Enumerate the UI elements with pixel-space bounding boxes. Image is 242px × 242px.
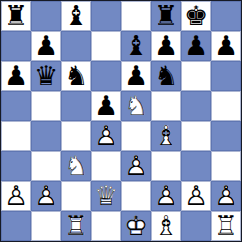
square-f7[interactable]: ♟ <box>151 31 181 61</box>
piece-white-bishop[interactable]: ♝♗ <box>151 211 181 241</box>
square-b4[interactable] <box>31 121 61 151</box>
square-e1[interactable]: ♚♔ <box>121 211 151 241</box>
piece-white-pawn[interactable]: ♟♙ <box>1 181 31 211</box>
white-piece-outline: ♔ <box>121 211 151 241</box>
square-b1[interactable] <box>31 211 61 241</box>
black-piece-glyph: ♛ <box>31 61 61 91</box>
piece-black-pawn[interactable]: ♟ <box>1 61 31 91</box>
black-piece-glyph: ♜ <box>151 1 181 31</box>
square-d2[interactable]: ♛♕ <box>91 181 121 211</box>
black-piece-glyph: ♟ <box>91 91 121 121</box>
white-piece-outline: ♘ <box>61 151 91 181</box>
square-c1[interactable]: ♜♖ <box>61 211 91 241</box>
white-piece-outline: ♘ <box>121 91 151 121</box>
square-h4[interactable] <box>211 121 241 151</box>
piece-white-queen[interactable]: ♛♕ <box>91 181 121 211</box>
piece-white-knight[interactable]: ♞♘ <box>121 91 151 121</box>
piece-black-queen[interactable]: ♛ <box>31 61 61 91</box>
square-a7[interactable] <box>1 31 31 61</box>
square-f2[interactable]: ♟♙ <box>151 181 181 211</box>
piece-black-pawn[interactable]: ♟ <box>91 91 121 121</box>
square-g8[interactable]: ♚ <box>181 1 211 31</box>
square-a1[interactable] <box>1 211 31 241</box>
black-piece-glyph: ♟ <box>1 61 31 91</box>
white-piece-outline: ♙ <box>211 181 241 211</box>
piece-black-rook[interactable]: ♜ <box>1 1 31 31</box>
square-f3[interactable] <box>151 151 181 181</box>
piece-black-bishop[interactable]: ♝ <box>61 1 91 31</box>
black-piece-glyph: ♟ <box>121 61 151 91</box>
black-piece-glyph: ♞ <box>61 61 91 91</box>
square-b7[interactable]: ♟ <box>31 31 61 61</box>
square-c2[interactable] <box>61 181 91 211</box>
black-piece-glyph: ♟ <box>211 31 241 61</box>
square-d7[interactable] <box>91 31 121 61</box>
piece-white-king[interactable]: ♚♔ <box>121 211 151 241</box>
square-e3[interactable]: ♟♙ <box>121 151 151 181</box>
piece-white-bishop[interactable]: ♝♗ <box>151 121 181 151</box>
piece-white-pawn[interactable]: ♟♙ <box>151 181 181 211</box>
black-piece-glyph: ♟ <box>181 31 211 61</box>
white-piece-outline: ♙ <box>1 181 31 211</box>
square-b3[interactable] <box>31 151 61 181</box>
piece-black-knight[interactable]: ♞ <box>61 61 91 91</box>
square-h6[interactable] <box>211 61 241 91</box>
square-e8[interactable] <box>121 1 151 31</box>
piece-white-rook[interactable]: ♜♖ <box>61 211 91 241</box>
white-piece-outline: ♗ <box>151 211 181 241</box>
square-e2[interactable] <box>121 181 151 211</box>
piece-white-pawn[interactable]: ♟♙ <box>91 121 121 151</box>
square-f8[interactable]: ♜ <box>151 1 181 31</box>
square-a5[interactable] <box>1 91 31 121</box>
piece-black-pawn[interactable]: ♟ <box>121 61 151 91</box>
square-f1[interactable]: ♝♗ <box>151 211 181 241</box>
piece-white-pawn[interactable]: ♟♙ <box>31 181 61 211</box>
square-b5[interactable] <box>31 91 61 121</box>
square-c8[interactable]: ♝ <box>61 1 91 31</box>
piece-black-knight[interactable]: ♞ <box>151 61 181 91</box>
square-g6[interactable] <box>181 61 211 91</box>
square-c4[interactable] <box>61 121 91 151</box>
square-h8[interactable] <box>211 1 241 31</box>
square-b8[interactable] <box>31 1 61 31</box>
piece-black-pawn[interactable]: ♟ <box>151 31 181 61</box>
square-f4[interactable]: ♝♗ <box>151 121 181 151</box>
square-h1[interactable]: ♜♖ <box>211 211 241 241</box>
chess-board: ♜♝♜♚♟♝♟♟♟♟♛♞♟♞♟♞♘♟♙♝♗♞♘♟♙♟♙♟♙♛♕♟♙♟♙♟♙♜♖♚… <box>0 0 242 242</box>
square-e4[interactable] <box>121 121 151 151</box>
square-d5[interactable]: ♟ <box>91 91 121 121</box>
square-g7[interactable]: ♟ <box>181 31 211 61</box>
piece-white-pawn[interactable]: ♟♙ <box>211 181 241 211</box>
square-f5[interactable] <box>151 91 181 121</box>
square-g3[interactable] <box>181 151 211 181</box>
white-piece-outline: ♖ <box>211 211 241 241</box>
piece-white-pawn[interactable]: ♟♙ <box>121 151 151 181</box>
piece-white-pawn[interactable]: ♟♙ <box>181 181 211 211</box>
piece-black-pawn[interactable]: ♟ <box>31 31 61 61</box>
square-g1[interactable] <box>181 211 211 241</box>
square-g2[interactable]: ♟♙ <box>181 181 211 211</box>
piece-white-rook[interactable]: ♜♖ <box>211 211 241 241</box>
square-a6[interactable]: ♟ <box>1 61 31 91</box>
square-d1[interactable] <box>91 211 121 241</box>
white-piece-outline: ♙ <box>31 181 61 211</box>
square-d8[interactable] <box>91 1 121 31</box>
white-piece-outline: ♙ <box>151 181 181 211</box>
square-c6[interactable]: ♞ <box>61 61 91 91</box>
square-d3[interactable] <box>91 151 121 181</box>
square-d6[interactable] <box>91 61 121 91</box>
black-piece-glyph: ♚ <box>181 1 211 31</box>
square-g4[interactable] <box>181 121 211 151</box>
square-e7[interactable]: ♝ <box>121 31 151 61</box>
square-e5[interactable]: ♞♘ <box>121 91 151 121</box>
square-b6[interactable]: ♛ <box>31 61 61 91</box>
black-piece-glyph: ♟ <box>151 31 181 61</box>
piece-black-pawn[interactable]: ♟ <box>181 31 211 61</box>
square-h3[interactable] <box>211 151 241 181</box>
square-b2[interactable]: ♟♙ <box>31 181 61 211</box>
square-c3[interactable]: ♞♘ <box>61 151 91 181</box>
piece-white-knight[interactable]: ♞♘ <box>61 151 91 181</box>
square-a4[interactable] <box>1 121 31 151</box>
square-e6[interactable]: ♟ <box>121 61 151 91</box>
square-c5[interactable] <box>61 91 91 121</box>
black-piece-glyph: ♟ <box>31 31 61 61</box>
white-piece-outline: ♗ <box>151 121 181 151</box>
square-f6[interactable]: ♞ <box>151 61 181 91</box>
black-piece-glyph: ♝ <box>61 1 91 31</box>
black-piece-glyph: ♝ <box>121 31 151 61</box>
white-piece-outline: ♕ <box>91 181 121 211</box>
white-piece-outline: ♖ <box>61 211 91 241</box>
square-h7[interactable]: ♟ <box>211 31 241 61</box>
square-c7[interactable] <box>61 31 91 61</box>
piece-black-pawn[interactable]: ♟ <box>211 31 241 61</box>
black-piece-glyph: ♞ <box>151 61 181 91</box>
piece-black-king[interactable]: ♚ <box>181 1 211 31</box>
white-piece-outline: ♙ <box>181 181 211 211</box>
square-d4[interactable]: ♟♙ <box>91 121 121 151</box>
square-a3[interactable] <box>1 151 31 181</box>
square-h5[interactable] <box>211 91 241 121</box>
square-h2[interactable]: ♟♙ <box>211 181 241 211</box>
piece-black-rook[interactable]: ♜ <box>151 1 181 31</box>
square-a2[interactable]: ♟♙ <box>1 181 31 211</box>
black-piece-glyph: ♜ <box>1 1 31 31</box>
piece-black-bishop[interactable]: ♝ <box>121 31 151 61</box>
white-piece-outline: ♙ <box>121 151 151 181</box>
white-piece-outline: ♙ <box>91 121 121 151</box>
square-a8[interactable]: ♜ <box>1 1 31 31</box>
square-g5[interactable] <box>181 91 211 121</box>
